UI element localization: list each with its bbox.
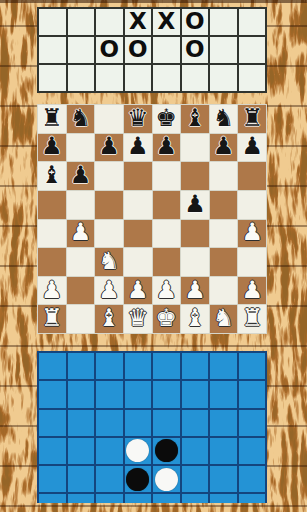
chess-square-c8[interactable] [95, 105, 123, 133]
black-rook-piece: ♜ [241, 106, 263, 130]
chess-square-d4[interactable] [124, 220, 152, 248]
chess-square-b5[interactable] [67, 191, 95, 219]
chess-square-g1[interactable]: ♞ [210, 305, 238, 333]
chess-square-b4[interactable]: ♟ [67, 220, 95, 248]
chess-square-g5[interactable] [210, 191, 238, 219]
chess-square-h1[interactable]: ♜ [238, 305, 266, 333]
chess-square-a5[interactable] [38, 191, 66, 219]
chess-square-a6[interactable]: ♝ [38, 162, 66, 190]
black-disc [155, 439, 178, 462]
white-queen-piece: ♛ [127, 306, 149, 330]
chess-square-a4[interactable] [38, 220, 66, 248]
reversi-cell-a3[interactable] [39, 410, 66, 436]
chess-square-d6[interactable] [124, 162, 152, 190]
reversi-cell-h1[interactable] [239, 353, 266, 379]
reversi-cell-c3[interactable] [96, 410, 123, 436]
ttt-cell-r2c2[interactable] [96, 65, 123, 91]
black-bishop-piece: ♝ [41, 163, 63, 187]
white-pawn-piece: ♟ [70, 220, 92, 244]
reversi-cell-a1[interactable] [39, 353, 66, 379]
reversi-cell-e2[interactable] [153, 381, 180, 407]
chess-square-f5[interactable]: ♟ [181, 191, 209, 219]
reversi-cell-h2[interactable] [239, 381, 266, 407]
ttt-cell-r2c4[interactable] [153, 65, 180, 91]
o-mark: O [128, 38, 148, 61]
black-pawn-piece: ♟ [127, 134, 149, 158]
chess-square-b2[interactable] [67, 277, 95, 305]
chess-square-b8[interactable]: ♞ [67, 105, 95, 133]
black-disc [126, 468, 149, 491]
chess-square-c6[interactable] [95, 162, 123, 190]
chess-square-b6[interactable]: ♟ [67, 162, 95, 190]
reversi-cell-h4[interactable] [239, 438, 266, 464]
black-queen-piece: ♛ [127, 106, 149, 130]
white-knight-piece: ♞ [213, 306, 235, 330]
chess-square-e3[interactable] [153, 248, 181, 276]
chess-square-h7[interactable]: ♟ [238, 134, 266, 162]
reversi-board [37, 351, 267, 503]
ttt-cell-r0c7[interactable] [239, 9, 266, 35]
chess-square-g3[interactable] [210, 248, 238, 276]
reversi-cell-a2[interactable] [39, 381, 66, 407]
chess-square-d2[interactable]: ♟ [124, 277, 152, 305]
reversi-cell-h3[interactable] [239, 410, 266, 436]
chess-square-h5[interactable] [238, 191, 266, 219]
reversi-cell-b3[interactable] [68, 410, 95, 436]
ttt-cell-r0c1[interactable] [68, 9, 95, 35]
black-pawn-piece: ♟ [156, 134, 178, 158]
black-pawn-piece: ♟ [98, 134, 120, 158]
chess-square-e2[interactable]: ♟ [153, 277, 181, 305]
reversi-cell-b1[interactable] [68, 353, 95, 379]
ttt-cell-r1c5[interactable]: O [182, 37, 209, 63]
reversi-cell-f3[interactable] [182, 410, 209, 436]
reversi-cell-e3[interactable] [153, 410, 180, 436]
o-mark: O [99, 38, 119, 61]
chess-square-a3[interactable] [38, 248, 66, 276]
reversi-cell-b5[interactable] [68, 466, 95, 492]
reversi-cell-e4[interactable] [153, 438, 180, 464]
chess-square-b3[interactable] [67, 248, 95, 276]
chess-square-g6[interactable] [210, 162, 238, 190]
black-knight-piece: ♞ [213, 106, 235, 130]
reversi-cell-e5[interactable] [153, 466, 180, 492]
white-disc [155, 468, 178, 491]
o-mark: O [185, 38, 205, 61]
reversi-cell-g4[interactable] [210, 438, 237, 464]
reversi-cell-c5[interactable] [96, 466, 123, 492]
chess-square-f7[interactable] [181, 134, 209, 162]
reversi-cell-a5[interactable] [39, 466, 66, 492]
ttt-cell-r2c1[interactable] [68, 65, 95, 91]
white-pawn-piece: ♟ [127, 278, 149, 302]
black-pawn-piece: ♟ [184, 192, 206, 216]
ttt-cell-r1c0[interactable] [39, 37, 66, 63]
chess-square-a7[interactable]: ♟ [38, 134, 66, 162]
black-king-piece: ♚ [156, 106, 178, 130]
o-mark: O [185, 10, 205, 33]
ttt-cell-r2c7[interactable] [239, 65, 266, 91]
black-bishop-piece: ♝ [184, 106, 206, 130]
chess-square-c7[interactable]: ♟ [95, 134, 123, 162]
chess-square-c1[interactable]: ♝ [95, 305, 123, 333]
reversi-cell-c2[interactable] [96, 381, 123, 407]
reversi-cell-d4[interactable] [125, 438, 152, 464]
reversi-cell-f1[interactable] [182, 353, 209, 379]
white-pawn-piece: ♟ [241, 278, 263, 302]
reversi-cell-e1[interactable] [153, 353, 180, 379]
white-pawn-piece: ♟ [98, 278, 120, 302]
ttt-cell-r1c4[interactable] [153, 37, 180, 63]
tictactoe-board: XXOOOO [37, 7, 267, 93]
chess-square-e4[interactable] [153, 220, 181, 248]
reversi-cell-g1[interactable] [210, 353, 237, 379]
chess-square-f2[interactable]: ♟ [181, 277, 209, 305]
white-king-piece: ♚ [156, 306, 178, 330]
reversi-cell-d2[interactable] [125, 381, 152, 407]
ttt-cell-r0c3[interactable]: X [125, 9, 152, 35]
ttt-cell-r0c0[interactable] [39, 9, 66, 35]
chess-square-g8[interactable]: ♞ [210, 105, 238, 133]
reversi-cell-h5[interactable] [239, 466, 266, 492]
chess-square-e7[interactable]: ♟ [153, 134, 181, 162]
reversi-cell-a6[interactable] [39, 494, 66, 503]
chess-square-a1[interactable]: ♜ [38, 305, 66, 333]
reversi-cell-c6[interactable] [96, 494, 123, 503]
chess-square-f8[interactable]: ♝ [181, 105, 209, 133]
chess-square-e5[interactable] [153, 191, 181, 219]
chess-square-e8[interactable]: ♚ [153, 105, 181, 133]
white-disc [126, 439, 149, 462]
chess-square-a2[interactable]: ♟ [38, 277, 66, 305]
ttt-cell-r0c2[interactable] [96, 9, 123, 35]
chess-square-d8[interactable]: ♛ [124, 105, 152, 133]
chess-square-e6[interactable] [153, 162, 181, 190]
ttt-cell-r1c7[interactable] [239, 37, 266, 63]
black-pawn-piece: ♟ [70, 163, 92, 187]
x-mark: X [129, 10, 147, 33]
reversi-cell-d5[interactable] [125, 466, 152, 492]
chess-square-d3[interactable] [124, 248, 152, 276]
reversi-cell-f6[interactable] [182, 494, 209, 503]
reversi-board-viewport [37, 351, 267, 503]
reversi-cell-c1[interactable] [96, 353, 123, 379]
chess-square-h4[interactable]: ♟ [238, 220, 266, 248]
ttt-cell-r1c3[interactable]: O [125, 37, 152, 63]
black-pawn-piece: ♟ [241, 134, 263, 158]
reversi-cell-c4[interactable] [96, 438, 123, 464]
reversi-cell-h6[interactable] [239, 494, 266, 503]
reversi-cell-g5[interactable] [210, 466, 237, 492]
chess-square-h6[interactable] [238, 162, 266, 190]
chess-square-g7[interactable]: ♟ [210, 134, 238, 162]
reversi-cell-d6[interactable] [125, 494, 152, 503]
chess-square-d7[interactable]: ♟ [124, 134, 152, 162]
game-screen: XXOOOO ♜♞♛♚♝♞♜♟♟♟♟♟♟♝♟♟♟♟♞♟♟♟♟♟♟♜♝♛♚♝♞♜ [0, 0, 307, 512]
reversi-cell-f5[interactable] [182, 466, 209, 492]
chess-square-g2[interactable] [210, 277, 238, 305]
chess-square-f1[interactable]: ♝ [181, 305, 209, 333]
chess-board: ♜♞♛♚♝♞♜♟♟♟♟♟♟♝♟♟♟♟♞♟♟♟♟♟♟♜♝♛♚♝♞♜ [37, 104, 267, 334]
ttt-cell-r2c6[interactable] [210, 65, 237, 91]
chess-square-h3[interactable] [238, 248, 266, 276]
reversi-cell-a4[interactable] [39, 438, 66, 464]
ttt-cell-r0c5[interactable]: O [182, 9, 209, 35]
reversi-cell-g2[interactable] [210, 381, 237, 407]
black-pawn-piece: ♟ [41, 134, 63, 158]
chess-square-c4[interactable] [95, 220, 123, 248]
ttt-cell-r2c3[interactable] [125, 65, 152, 91]
chess-square-c5[interactable] [95, 191, 123, 219]
chess-square-f6[interactable] [181, 162, 209, 190]
chess-square-g4[interactable] [210, 220, 238, 248]
chess-square-e1[interactable]: ♚ [153, 305, 181, 333]
white-pawn-piece: ♟ [41, 278, 63, 302]
ttt-cell-r0c6[interactable] [210, 9, 237, 35]
chess-square-h8[interactable]: ♜ [238, 105, 266, 133]
chess-square-b1[interactable] [67, 305, 95, 333]
chess-square-f4[interactable] [181, 220, 209, 248]
black-rook-piece: ♜ [41, 106, 63, 130]
chess-square-a8[interactable]: ♜ [38, 105, 66, 133]
reversi-cell-b6[interactable] [68, 494, 95, 503]
reversi-cell-e6[interactable] [153, 494, 180, 503]
chess-square-c2[interactable]: ♟ [95, 277, 123, 305]
chess-square-b7[interactable] [67, 134, 95, 162]
chess-square-d5[interactable] [124, 191, 152, 219]
chess-square-h2[interactable]: ♟ [238, 277, 266, 305]
reversi-cell-f4[interactable] [182, 438, 209, 464]
white-rook-piece: ♜ [41, 306, 63, 330]
reversi-cell-f2[interactable] [182, 381, 209, 407]
reversi-cell-g3[interactable] [210, 410, 237, 436]
ttt-cell-r2c0[interactable] [39, 65, 66, 91]
reversi-cell-d3[interactable] [125, 410, 152, 436]
white-pawn-piece: ♟ [184, 278, 206, 302]
white-bishop-piece: ♝ [184, 306, 206, 330]
chess-square-d1[interactable]: ♛ [124, 305, 152, 333]
reversi-cell-b4[interactable] [68, 438, 95, 464]
reversi-cell-b2[interactable] [68, 381, 95, 407]
reversi-cell-g6[interactable] [210, 494, 237, 503]
ttt-cell-r0c4[interactable]: X [153, 9, 180, 35]
white-pawn-piece: ♟ [156, 278, 178, 302]
chess-square-f3[interactable] [181, 248, 209, 276]
ttt-cell-r1c6[interactable] [210, 37, 237, 63]
ttt-cell-r1c2[interactable]: O [96, 37, 123, 63]
white-knight-piece: ♞ [98, 249, 120, 273]
white-bishop-piece: ♝ [98, 306, 120, 330]
ttt-cell-r2c5[interactable] [182, 65, 209, 91]
reversi-cell-d1[interactable] [125, 353, 152, 379]
black-knight-piece: ♞ [70, 106, 92, 130]
ttt-cell-r1c1[interactable] [68, 37, 95, 63]
chess-square-c3[interactable]: ♞ [95, 248, 123, 276]
white-rook-piece: ♜ [241, 306, 263, 330]
white-pawn-piece: ♟ [241, 220, 263, 244]
black-pawn-piece: ♟ [213, 134, 235, 158]
x-mark: X [157, 10, 175, 33]
